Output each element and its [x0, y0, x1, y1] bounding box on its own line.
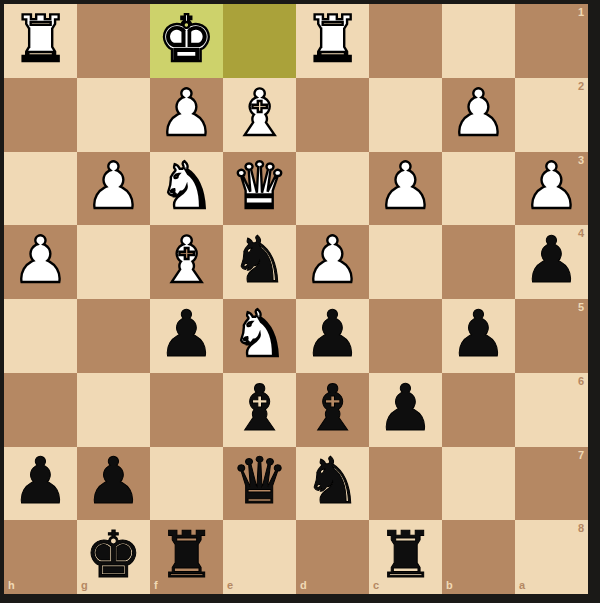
- black-queen-icon[interactable]: ♛: [231, 449, 288, 513]
- white-pawn-icon[interactable]: ♟: [304, 228, 361, 292]
- square-h4[interactable]: ♟: [4, 225, 77, 299]
- square-a5[interactable]: 5: [515, 299, 588, 373]
- black-pawn-icon[interactable]: ♟: [158, 302, 215, 366]
- square-b2[interactable]: ♟: [442, 78, 515, 152]
- square-c6[interactable]: ♟: [369, 373, 442, 447]
- white-knight-icon[interactable]: ♞: [231, 302, 288, 366]
- square-a1[interactable]: 1: [515, 4, 588, 78]
- square-e3[interactable]: ♛: [223, 152, 296, 226]
- white-pawn-icon[interactable]: ♟: [450, 81, 507, 145]
- square-d4[interactable]: ♟: [296, 225, 369, 299]
- white-king-icon[interactable]: ♚: [158, 7, 215, 71]
- file-label-d: d: [300, 580, 307, 591]
- black-knight-icon[interactable]: ♞: [231, 228, 288, 292]
- square-b1[interactable]: [442, 4, 515, 78]
- white-pawn-icon[interactable]: ♟: [158, 81, 215, 145]
- square-a6[interactable]: 6: [515, 373, 588, 447]
- square-e8[interactable]: e: [223, 520, 296, 594]
- black-bishop-icon[interactable]: ♝: [304, 376, 361, 440]
- white-rook-icon[interactable]: ♜: [12, 7, 69, 71]
- black-pawn-icon[interactable]: ♟: [377, 376, 434, 440]
- square-b5[interactable]: ♟: [442, 299, 515, 373]
- square-f5[interactable]: ♟: [150, 299, 223, 373]
- white-rook-icon[interactable]: ♜: [304, 7, 361, 71]
- square-f2[interactable]: ♟: [150, 78, 223, 152]
- square-a8[interactable]: a8: [515, 520, 588, 594]
- square-f3[interactable]: ♞: [150, 152, 223, 226]
- black-pawn-icon[interactable]: ♟: [85, 449, 142, 513]
- square-g3[interactable]: ♟: [77, 152, 150, 226]
- file-label-a: a: [519, 580, 525, 591]
- square-c5[interactable]: [369, 299, 442, 373]
- square-c4[interactable]: [369, 225, 442, 299]
- square-e7[interactable]: ♛: [223, 447, 296, 521]
- white-pawn-icon[interactable]: ♟: [85, 154, 142, 218]
- white-bishop-icon[interactable]: ♝: [158, 228, 215, 292]
- square-b3[interactable]: [442, 152, 515, 226]
- square-b7[interactable]: [442, 447, 515, 521]
- square-h1[interactable]: ♜: [4, 4, 77, 78]
- file-label-h: h: [8, 580, 15, 591]
- white-pawn-icon[interactable]: ♟: [12, 228, 69, 292]
- square-h7[interactable]: ♟: [4, 447, 77, 521]
- square-c2[interactable]: [369, 78, 442, 152]
- file-label-e: e: [227, 580, 233, 591]
- square-g6[interactable]: [77, 373, 150, 447]
- file-label-b: b: [446, 580, 453, 591]
- square-c1[interactable]: [369, 4, 442, 78]
- black-bishop-icon[interactable]: ♝: [231, 376, 288, 440]
- square-d1[interactable]: ♜: [296, 4, 369, 78]
- rank-label-7: 7: [578, 450, 584, 461]
- black-pawn-icon[interactable]: ♟: [523, 228, 580, 292]
- square-c7[interactable]: [369, 447, 442, 521]
- square-f7[interactable]: [150, 447, 223, 521]
- rank-label-5: 5: [578, 302, 584, 313]
- square-d2[interactable]: [296, 78, 369, 152]
- square-a4[interactable]: ♟4: [515, 225, 588, 299]
- square-a3[interactable]: ♟3: [515, 152, 588, 226]
- square-b4[interactable]: [442, 225, 515, 299]
- rank-label-2: 2: [578, 81, 584, 92]
- square-b6[interactable]: [442, 373, 515, 447]
- white-pawn-icon[interactable]: ♟: [377, 154, 434, 218]
- black-knight-icon[interactable]: ♞: [304, 449, 361, 513]
- square-e2[interactable]: ♝: [223, 78, 296, 152]
- square-g4[interactable]: [77, 225, 150, 299]
- black-pawn-icon[interactable]: ♟: [450, 302, 507, 366]
- square-e5[interactable]: ♞: [223, 299, 296, 373]
- square-h8[interactable]: h: [4, 520, 77, 594]
- white-queen-icon[interactable]: ♛: [231, 154, 288, 218]
- square-h3[interactable]: [4, 152, 77, 226]
- square-a2[interactable]: 2: [515, 78, 588, 152]
- square-g8[interactable]: ♚g: [77, 520, 150, 594]
- square-h5[interactable]: [4, 299, 77, 373]
- rank-label-6: 6: [578, 376, 584, 387]
- square-h2[interactable]: [4, 78, 77, 152]
- square-c3[interactable]: ♟: [369, 152, 442, 226]
- square-g5[interactable]: [77, 299, 150, 373]
- square-h6[interactable]: [4, 373, 77, 447]
- square-d6[interactable]: ♝: [296, 373, 369, 447]
- white-bishop-icon[interactable]: ♝: [231, 81, 288, 145]
- square-e6[interactable]: ♝: [223, 373, 296, 447]
- square-f1[interactable]: ♚: [150, 4, 223, 78]
- white-knight-icon[interactable]: ♞: [158, 154, 215, 218]
- black-rook-icon[interactable]: ♜: [377, 523, 434, 587]
- square-d3[interactable]: [296, 152, 369, 226]
- square-e4[interactable]: ♞: [223, 225, 296, 299]
- black-rook-icon[interactable]: ♜: [158, 523, 215, 587]
- chess-board: ♜♚♜1♟♝♟2♟♞♛♟♟3♟♝♞♟♟4♟♞♟♟5♝♝♟6♟♟♛♞7h♚g♜fe…: [4, 4, 588, 594]
- square-d7[interactable]: ♞: [296, 447, 369, 521]
- square-b8[interactable]: b: [442, 520, 515, 594]
- square-f6[interactable]: [150, 373, 223, 447]
- square-a7[interactable]: 7: [515, 447, 588, 521]
- square-g1[interactable]: [77, 4, 150, 78]
- square-c8[interactable]: ♜c: [369, 520, 442, 594]
- square-d8[interactable]: d: [296, 520, 369, 594]
- square-f4[interactable]: ♝: [150, 225, 223, 299]
- rank-label-8: 8: [578, 523, 584, 534]
- black-king-icon[interactable]: ♚: [85, 523, 142, 587]
- square-d5[interactable]: ♟: [296, 299, 369, 373]
- square-g7[interactable]: ♟: [77, 447, 150, 521]
- rank-label-1: 1: [578, 7, 584, 18]
- board-frame: ♜♚♜1♟♝♟2♟♞♛♟♟3♟♝♞♟♟4♟♞♟♟5♝♝♟6♟♟♛♞7h♚g♜fe…: [0, 0, 600, 603]
- square-e1[interactable]: [223, 4, 296, 78]
- black-pawn-icon[interactable]: ♟: [12, 449, 69, 513]
- square-g2[interactable]: [77, 78, 150, 152]
- white-pawn-icon[interactable]: ♟: [523, 154, 580, 218]
- square-f8[interactable]: ♜f: [150, 520, 223, 594]
- black-pawn-icon[interactable]: ♟: [304, 302, 361, 366]
